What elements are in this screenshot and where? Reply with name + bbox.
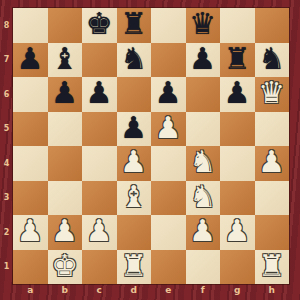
square-a3[interactable] bbox=[13, 181, 48, 216]
rank-labels: 87654321 bbox=[0, 8, 13, 284]
white-pawn[interactable]: ♟ bbox=[155, 111, 182, 145]
white-queen[interactable]: ♛ bbox=[258, 76, 285, 110]
file-label-c: c bbox=[82, 284, 117, 300]
white-rook[interactable]: ♜ bbox=[120, 249, 147, 283]
black-pawn[interactable]: ♟ bbox=[224, 76, 251, 110]
chess-board: ♚♜♛♟♝♞♟♜♞♟♟♟♟♛♟♟♟♞♟♝♞♟♟♟♟♟♚♜♜ bbox=[13, 8, 289, 284]
black-pawn[interactable]: ♟ bbox=[155, 76, 182, 110]
black-pawn[interactable]: ♟ bbox=[86, 76, 113, 110]
square-d3[interactable]: ♝ bbox=[117, 181, 152, 216]
file-label-e: e bbox=[151, 284, 186, 300]
white-pawn[interactable]: ♟ bbox=[17, 214, 44, 248]
rank-label-8: 8 bbox=[0, 8, 13, 43]
square-c4[interactable] bbox=[82, 146, 117, 181]
white-pawn[interactable]: ♟ bbox=[51, 214, 78, 248]
black-rook[interactable]: ♜ bbox=[120, 7, 147, 41]
square-f4[interactable]: ♞ bbox=[186, 146, 221, 181]
square-c8[interactable]: ♚ bbox=[82, 8, 117, 43]
square-c3[interactable] bbox=[82, 181, 117, 216]
square-d4[interactable]: ♟ bbox=[117, 146, 152, 181]
square-d6[interactable] bbox=[117, 77, 152, 112]
square-a5[interactable] bbox=[13, 112, 48, 147]
square-f8[interactable]: ♛ bbox=[186, 8, 221, 43]
square-c6[interactable]: ♟ bbox=[82, 77, 117, 112]
file-label-a: a bbox=[13, 284, 48, 300]
rank-label-7: 7 bbox=[0, 43, 13, 78]
square-f6[interactable] bbox=[186, 77, 221, 112]
square-c7[interactable] bbox=[82, 43, 117, 78]
black-pawn[interactable]: ♟ bbox=[189, 42, 216, 76]
white-bishop[interactable]: ♝ bbox=[120, 180, 147, 214]
square-c2[interactable]: ♟ bbox=[82, 215, 117, 250]
square-g6[interactable]: ♟ bbox=[220, 77, 255, 112]
white-king[interactable]: ♚ bbox=[51, 249, 78, 283]
black-rook[interactable]: ♜ bbox=[224, 42, 251, 76]
square-h3[interactable] bbox=[255, 181, 290, 216]
square-e3[interactable] bbox=[151, 181, 186, 216]
square-b7[interactable]: ♝ bbox=[48, 43, 83, 78]
square-e4[interactable] bbox=[151, 146, 186, 181]
black-knight[interactable]: ♞ bbox=[120, 42, 147, 76]
square-g7[interactable]: ♜ bbox=[220, 43, 255, 78]
black-pawn[interactable]: ♟ bbox=[17, 42, 44, 76]
square-e6[interactable]: ♟ bbox=[151, 77, 186, 112]
rank-label-3: 3 bbox=[0, 181, 13, 216]
square-d5[interactable]: ♟ bbox=[117, 112, 152, 147]
square-d8[interactable]: ♜ bbox=[117, 8, 152, 43]
black-king[interactable]: ♚ bbox=[86, 7, 113, 41]
file-labels: abcdefgh bbox=[13, 284, 289, 300]
square-g4[interactable] bbox=[220, 146, 255, 181]
square-h1[interactable]: ♜ bbox=[255, 250, 290, 285]
rank-label-5: 5 bbox=[0, 112, 13, 147]
file-label-f: f bbox=[186, 284, 221, 300]
square-h2[interactable] bbox=[255, 215, 290, 250]
black-queen[interactable]: ♛ bbox=[189, 7, 216, 41]
white-pawn[interactable]: ♟ bbox=[120, 145, 147, 179]
square-e5[interactable]: ♟ bbox=[151, 112, 186, 147]
square-f2[interactable]: ♟ bbox=[186, 215, 221, 250]
square-b8[interactable] bbox=[48, 8, 83, 43]
file-label-h: h bbox=[255, 284, 290, 300]
square-c5[interactable] bbox=[82, 112, 117, 147]
black-pawn[interactable]: ♟ bbox=[51, 76, 78, 110]
file-label-g: g bbox=[220, 284, 255, 300]
rank-label-2: 2 bbox=[0, 215, 13, 250]
square-h4[interactable]: ♟ bbox=[255, 146, 290, 181]
black-bishop[interactable]: ♝ bbox=[51, 42, 78, 76]
square-g2[interactable]: ♟ bbox=[220, 215, 255, 250]
square-e8[interactable] bbox=[151, 8, 186, 43]
rank-label-1: 1 bbox=[0, 250, 13, 285]
square-a7[interactable]: ♟ bbox=[13, 43, 48, 78]
file-label-b: b bbox=[48, 284, 83, 300]
file-label-d: d bbox=[117, 284, 152, 300]
square-h8[interactable] bbox=[255, 8, 290, 43]
square-h6[interactable]: ♛ bbox=[255, 77, 290, 112]
white-pawn[interactable]: ♟ bbox=[258, 145, 285, 179]
square-b1[interactable]: ♚ bbox=[48, 250, 83, 285]
white-rook[interactable]: ♜ bbox=[258, 249, 285, 283]
black-pawn[interactable]: ♟ bbox=[120, 111, 147, 145]
square-a4[interactable] bbox=[13, 146, 48, 181]
white-pawn[interactable]: ♟ bbox=[86, 214, 113, 248]
square-h5[interactable] bbox=[255, 112, 290, 147]
square-b6[interactable]: ♟ bbox=[48, 77, 83, 112]
chess-board-frame: 87654321 ♚♜♛♟♝♞♟♜♞♟♟♟♟♛♟♟♟♞♟♝♞♟♟♟♟♟♚♜♜ a… bbox=[0, 0, 300, 300]
square-a8[interactable] bbox=[13, 8, 48, 43]
rank-label-6: 6 bbox=[0, 77, 13, 112]
square-b2[interactable]: ♟ bbox=[48, 215, 83, 250]
square-f5[interactable] bbox=[186, 112, 221, 147]
square-b5[interactable] bbox=[48, 112, 83, 147]
square-g3[interactable] bbox=[220, 181, 255, 216]
white-knight[interactable]: ♞ bbox=[189, 180, 216, 214]
white-pawn[interactable]: ♟ bbox=[189, 214, 216, 248]
square-e7[interactable] bbox=[151, 43, 186, 78]
square-d2[interactable] bbox=[117, 215, 152, 250]
square-c1[interactable] bbox=[82, 250, 117, 285]
square-e2[interactable] bbox=[151, 215, 186, 250]
square-b3[interactable] bbox=[48, 181, 83, 216]
square-d1[interactable]: ♜ bbox=[117, 250, 152, 285]
square-g8[interactable] bbox=[220, 8, 255, 43]
square-g1[interactable] bbox=[220, 250, 255, 285]
white-pawn[interactable]: ♟ bbox=[224, 214, 251, 248]
square-a1[interactable] bbox=[13, 250, 48, 285]
square-b4[interactable] bbox=[48, 146, 83, 181]
square-h7[interactable]: ♞ bbox=[255, 43, 290, 78]
square-d7[interactable]: ♞ bbox=[117, 43, 152, 78]
square-f1[interactable] bbox=[186, 250, 221, 285]
square-a2[interactable]: ♟ bbox=[13, 215, 48, 250]
black-knight[interactable]: ♞ bbox=[258, 42, 285, 76]
square-e1[interactable] bbox=[151, 250, 186, 285]
square-f3[interactable]: ♞ bbox=[186, 181, 221, 216]
square-f7[interactable]: ♟ bbox=[186, 43, 221, 78]
white-knight[interactable]: ♞ bbox=[189, 145, 216, 179]
square-a6[interactable] bbox=[13, 77, 48, 112]
rank-label-4: 4 bbox=[0, 146, 13, 181]
square-g5[interactable] bbox=[220, 112, 255, 147]
